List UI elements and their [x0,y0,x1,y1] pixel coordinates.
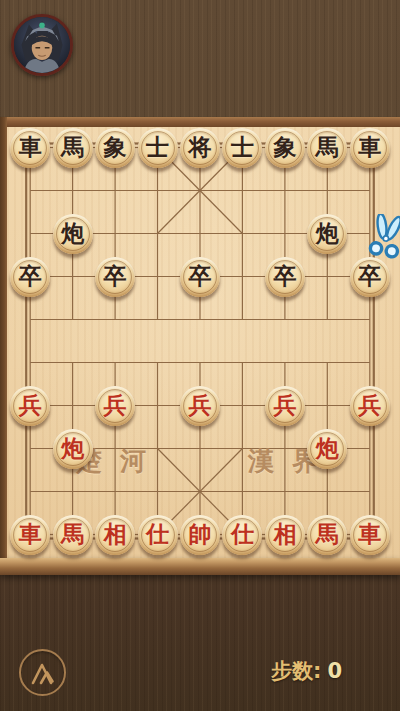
piece-glyph: 車 [358,135,381,158]
board-cell[interactable]: 相 [94,513,136,556]
board-cell[interactable] [221,169,263,212]
board-cell[interactable] [51,298,93,341]
board-cell[interactable] [136,341,178,384]
board-cell[interactable]: 兵 [349,384,391,427]
piece-glyph: 相 [273,522,296,545]
xiangqi-board: 楚河 漢界 車馬象士将士象馬車炮炮卒卒卒卒卒兵兵兵兵兵炮炮車馬相仕帥仕相馬車 [0,117,400,575]
piece-black-horse[interactable]: 馬 [53,128,93,168]
board-cell[interactable] [349,169,391,212]
piece-glyph: 卒 [19,264,42,287]
piece-red-horse[interactable]: 馬 [307,515,347,555]
board-cell[interactable]: 馬 [306,126,348,169]
piece-black-soldier[interactable]: 卒 [350,257,390,297]
board-cell[interactable]: 車 [349,126,391,169]
board-cell[interactable] [306,255,348,298]
piece-black-advisor[interactable]: 士 [138,128,178,168]
board-cell[interactable] [221,341,263,384]
board-cell[interactable] [136,427,178,470]
piece-glyph: 卒 [104,264,127,287]
board-cell[interactable] [179,298,221,341]
step-counter: 步数: 0 [271,657,342,685]
board-cell[interactable]: 車 [349,513,391,556]
piece-glyph: 卒 [358,264,381,287]
piece-glyph: 兵 [358,393,381,416]
board-cell[interactable]: 炮 [306,427,348,470]
board-cell[interactable] [94,470,136,513]
board-cell[interactable]: 兵 [94,384,136,427]
piece-glyph: 炮 [316,221,339,244]
board-cell[interactable] [349,427,391,470]
board-cell[interactable]: 卒 [9,255,51,298]
board-cell[interactable] [221,255,263,298]
board-cell[interactable] [306,384,348,427]
piece-black-chariot[interactable]: 車 [350,128,390,168]
piece-glyph: 兵 [188,393,211,416]
board-cell[interactable]: 兵 [179,384,221,427]
piece-glyph: 炮 [61,436,84,459]
piece-black-horse[interactable]: 馬 [307,128,347,168]
piece-red-chariot[interactable]: 車 [350,515,390,555]
player-avatar[interactable] [11,14,73,76]
piece-glyph: 炮 [316,436,339,459]
piece-glyph: 相 [104,522,127,545]
board-cell[interactable] [264,427,306,470]
piece-glyph: 仕 [231,522,254,545]
board-cell[interactable]: 卒 [349,255,391,298]
board-cell[interactable] [9,341,51,384]
board-cell[interactable] [179,427,221,470]
piece-glyph: 仕 [146,522,169,545]
board-cell[interactable] [264,341,306,384]
piece-glyph: 車 [358,522,381,545]
piece-black-general[interactable]: 将 [180,128,220,168]
piece-red-elephant[interactable]: 相 [265,515,305,555]
piece-black-chariot[interactable]: 車 [10,128,50,168]
chevron-up-icon [28,660,58,686]
board-cell[interactable]: 士 [221,126,263,169]
board-cell[interactable] [306,470,348,513]
piece-glyph: 馬 [316,135,339,158]
board-cell[interactable] [51,384,93,427]
board-cell[interactable] [136,169,178,212]
piece-red-general[interactable]: 帥 [180,515,220,555]
board-cell[interactable]: 士 [136,126,178,169]
piece-red-soldier[interactable]: 兵 [265,386,305,426]
board-cell[interactable] [179,470,221,513]
board-cell[interactable]: 兵 [9,384,51,427]
piece-red-soldier[interactable]: 兵 [10,386,50,426]
piece-black-soldier[interactable]: 卒 [180,257,220,297]
board-cell[interactable] [306,341,348,384]
piece-black-advisor[interactable]: 士 [222,128,262,168]
piece-glyph: 卒 [273,264,296,287]
board-cell[interactable] [136,255,178,298]
board-cell[interactable]: 車 [9,126,51,169]
piece-red-chariot[interactable]: 車 [10,515,50,555]
piece-glyph: 兵 [104,393,127,416]
piece-glyph: 炮 [61,221,84,244]
piece-red-soldier[interactable]: 兵 [350,386,390,426]
step-counter-value: 0 [327,659,342,683]
piece-glyph: 馬 [61,522,84,545]
board-cell[interactable] [136,470,178,513]
piece-black-soldier[interactable]: 卒 [10,257,50,297]
board-cell[interactable] [221,427,263,470]
board-cell[interactable]: 帥 [179,513,221,556]
board-cell[interactable] [349,341,391,384]
board-cell[interactable]: 仕 [221,513,263,556]
board-cell[interactable]: 馬 [51,513,93,556]
board-cell[interactable]: 卒 [264,255,306,298]
board-cell[interactable] [221,212,263,255]
board-frame-left [0,117,7,558]
board-cell[interactable] [179,169,221,212]
step-counter-label: 步数: [271,657,321,685]
board-cell[interactable] [221,470,263,513]
piece-glyph: 卒 [188,264,211,287]
board-cell[interactable]: 卒 [179,255,221,298]
board-cell[interactable] [51,470,93,513]
piece-red-advisor[interactable]: 仕 [222,515,262,555]
board-cell[interactable]: 兵 [264,384,306,427]
piece-red-soldier[interactable]: 兵 [180,386,220,426]
piece-black-soldier[interactable]: 卒 [265,257,305,297]
piece-glyph: 将 [188,135,211,158]
board-cell[interactable] [264,298,306,341]
board-cell[interactable] [349,470,391,513]
piece-red-elephant[interactable]: 相 [95,515,135,555]
board-cell[interactable] [9,169,51,212]
board-cell[interactable] [51,169,93,212]
board-cell[interactable] [9,298,51,341]
board-cell[interactable]: 将 [179,126,221,169]
board-cell[interactable]: 卒 [94,255,136,298]
board-cell[interactable]: 馬 [51,126,93,169]
game-screen: 楚河 漢界 車馬象士将士象馬車炮炮卒卒卒卒卒兵兵兵兵兵炮炮車馬相仕帥仕相馬車 步… [0,0,400,711]
avatar-image [14,17,70,73]
board-front-edge [0,558,400,575]
board-cell[interactable]: 炮 [51,427,93,470]
board-cell[interactable] [9,212,51,255]
board-cell[interactable]: 象 [264,126,306,169]
piece-red-advisor[interactable]: 仕 [138,515,178,555]
board-cell[interactable]: 車 [9,513,51,556]
board-cell[interactable]: 馬 [306,513,348,556]
board-cell[interactable] [179,341,221,384]
board-cell[interactable] [94,427,136,470]
piece-glyph: 車 [19,135,42,158]
board-cell[interactable] [264,212,306,255]
piece-red-cannon[interactable]: 炮 [307,429,347,469]
board-cell[interactable] [9,427,51,470]
piece-glyph: 象 [104,135,127,158]
collapse-menu-button[interactable] [19,649,66,696]
board-cell[interactable] [264,169,306,212]
board-cell[interactable] [94,341,136,384]
scissors-icon[interactable] [365,214,400,260]
board-cell[interactable] [221,384,263,427]
board-cell[interactable]: 炮 [51,212,93,255]
piece-black-soldier[interactable]: 卒 [95,257,135,297]
board-cell[interactable] [349,298,391,341]
board-cell[interactable] [221,298,263,341]
piece-glyph: 士 [146,135,169,158]
piece-red-cannon[interactable]: 炮 [53,429,93,469]
board-cell[interactable]: 象 [94,126,136,169]
piece-glyph: 士 [231,135,254,158]
board-cell[interactable] [136,298,178,341]
piece-black-cannon[interactable]: 炮 [53,214,93,254]
piece-red-horse[interactable]: 馬 [53,515,93,555]
piece-glyph: 兵 [273,393,296,416]
piece-black-cannon[interactable]: 炮 [307,214,347,254]
piece-glyph: 帥 [188,522,211,545]
board-cell[interactable] [179,212,221,255]
piece-black-elephant[interactable]: 象 [265,128,305,168]
board-cell[interactable]: 相 [264,513,306,556]
board-cell[interactable] [51,341,93,384]
piece-glyph: 馬 [61,135,84,158]
board-cell[interactable]: 仕 [136,513,178,556]
piece-glyph: 馬 [316,522,339,545]
piece-black-elephant[interactable]: 象 [95,128,135,168]
piece-glyph: 車 [19,522,42,545]
board-cell[interactable] [94,169,136,212]
piece-glyph: 象 [273,135,296,158]
board-cell[interactable] [94,298,136,341]
board-cell[interactable] [264,470,306,513]
board-cell[interactable] [306,298,348,341]
piece-glyph: 兵 [19,393,42,416]
board-cell[interactable] [306,169,348,212]
board-cell[interactable] [9,470,51,513]
board-cell[interactable] [136,212,178,255]
board-cell[interactable] [94,212,136,255]
piece-red-soldier[interactable]: 兵 [95,386,135,426]
board-cell[interactable]: 炮 [306,212,348,255]
board-cell[interactable] [136,384,178,427]
board-grid: 車馬象士将士象馬車炮炮卒卒卒卒卒兵兵兵兵兵炮炮車馬相仕帥仕相馬車 [9,126,391,556]
board-cell[interactable] [51,255,93,298]
